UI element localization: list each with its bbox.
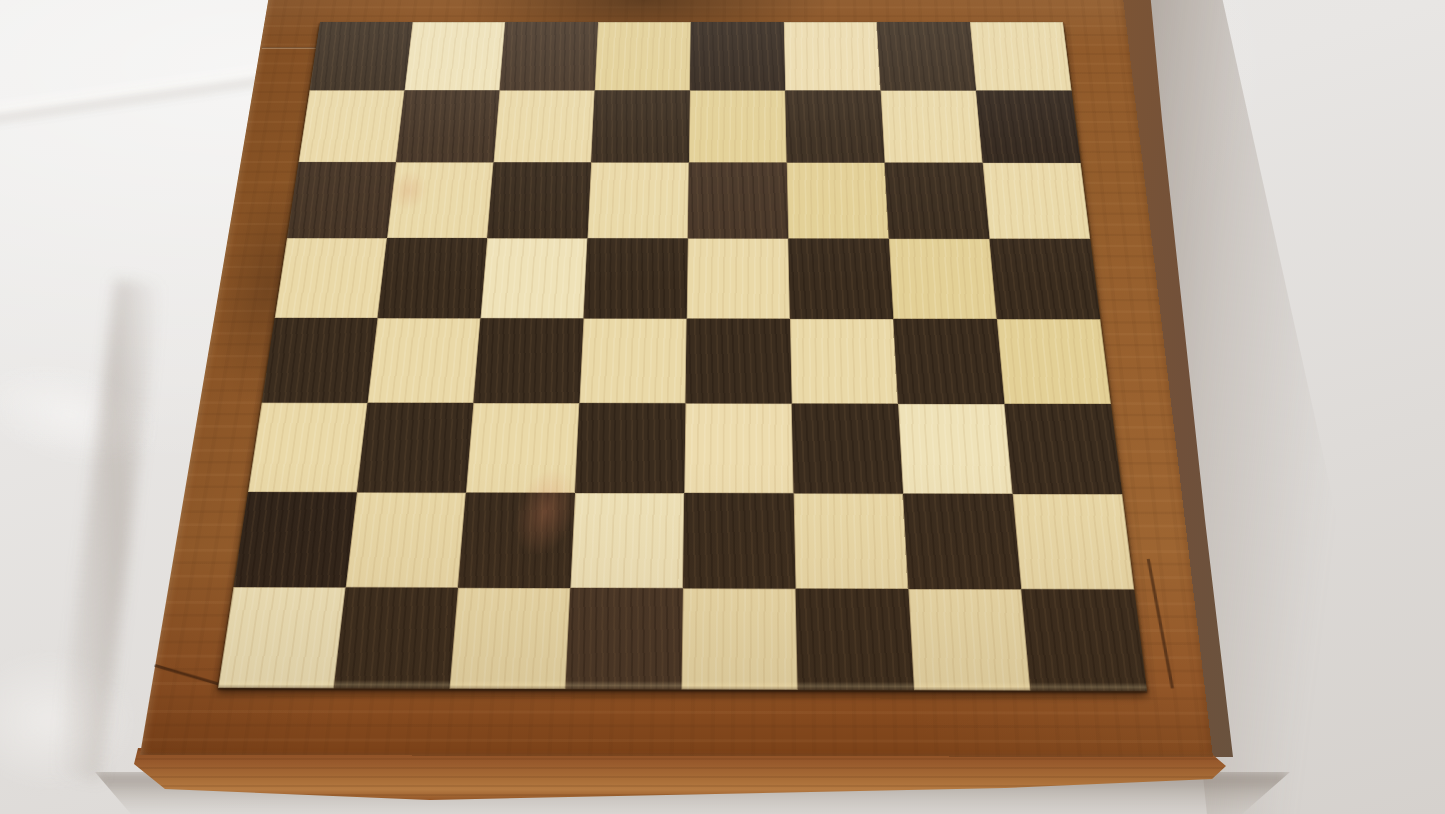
square-r1c1 [396, 90, 500, 162]
square-r5c0 [248, 403, 367, 493]
square-r1c5 [785, 90, 884, 162]
square-r2c5 [787, 163, 889, 239]
square-r1c4 [689, 90, 787, 162]
square-r6c3 [570, 493, 684, 588]
square-r5c1 [357, 403, 473, 493]
square-r6c4 [683, 493, 796, 589]
square-r3c1 [378, 238, 488, 318]
square-r2c7 [983, 163, 1091, 239]
square-r6c0 [233, 492, 356, 587]
square-r1c0 [299, 90, 405, 162]
square-r2c3 [587, 162, 688, 238]
square-r4c3 [579, 318, 686, 403]
board-grid [218, 22, 1147, 691]
square-r4c7 [997, 319, 1111, 404]
square-r7c1 [334, 587, 458, 688]
square-r5c5 [792, 404, 903, 494]
square-r3c7 [989, 239, 1100, 319]
square-r1c7 [976, 91, 1081, 163]
frame-joint-seam-bottom-left [154, 664, 220, 686]
square-r0c7 [970, 22, 1072, 91]
square-r0c0 [310, 22, 413, 90]
square-r1c2 [494, 90, 595, 162]
square-r5c7 [1004, 404, 1122, 494]
square-r5c4 [684, 403, 793, 493]
chessboard [218, 22, 1147, 691]
square-r3c0 [275, 238, 387, 318]
square-r7c3 [565, 588, 682, 689]
square-r7c0 [218, 587, 346, 688]
square-r6c2 [458, 493, 575, 588]
square-r2c1 [387, 162, 494, 238]
square-r6c1 [346, 492, 466, 587]
square-r7c6 [908, 589, 1030, 691]
square-r0c2 [500, 22, 598, 90]
square-r0c5 [784, 22, 881, 91]
square-r4c0 [262, 318, 378, 403]
square-r7c4 [681, 588, 797, 690]
square-r7c2 [449, 588, 570, 689]
square-r5c3 [575, 403, 685, 493]
square-r6c6 [903, 494, 1021, 590]
square-r7c7 [1021, 589, 1147, 691]
square-r4c4 [685, 319, 791, 404]
square-r0c1 [404, 22, 505, 90]
square-r3c5 [788, 239, 893, 319]
square-r3c6 [889, 239, 997, 319]
square-r5c6 [898, 404, 1013, 494]
square-r5c2 [466, 403, 579, 493]
square-r7c5 [796, 589, 914, 691]
square-r6c5 [794, 493, 909, 589]
frame-joint-seam-top-left [262, 47, 320, 49]
square-r0c3 [595, 22, 691, 90]
square-r2c4 [688, 162, 788, 238]
square-r3c4 [687, 238, 790, 318]
square-r2c6 [885, 163, 990, 239]
frame-joint-seam-bottom-right [1147, 559, 1174, 688]
scene: Overhead angled photo of an empty wooden… [0, 0, 1445, 814]
square-r4c6 [893, 319, 1004, 404]
square-r6c7 [1013, 494, 1135, 590]
square-r3c2 [480, 238, 587, 318]
square-r4c1 [367, 318, 480, 403]
square-r3c3 [584, 238, 688, 318]
square-r4c5 [790, 319, 898, 404]
square-r2c0 [287, 162, 396, 238]
square-r0c6 [877, 22, 976, 91]
square-r4c2 [473, 318, 583, 403]
square-r1c3 [591, 90, 690, 162]
square-r0c4 [690, 22, 785, 90]
square-r1c6 [881, 91, 983, 163]
square-r2c2 [487, 162, 591, 238]
